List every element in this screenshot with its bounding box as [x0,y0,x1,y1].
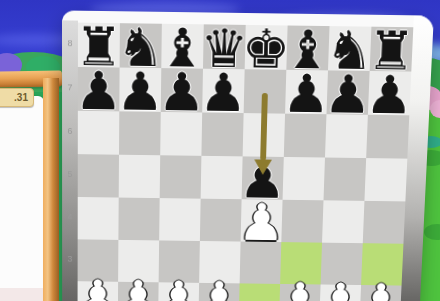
square-h7[interactable]: ♟ [368,71,411,115]
sign-panel-shade [0,288,44,301]
square-a4[interactable] [78,197,119,240]
wooden-sign-post [43,78,59,301]
square-b7[interactable]: ♟ [119,68,161,112]
piece-white-p[interactable]: ♟ [195,275,243,301]
square-f5[interactable] [283,157,325,200]
sign-panel [0,96,44,301]
square-g5[interactable] [324,158,367,201]
square-d5[interactable] [201,156,243,199]
square-d7[interactable]: ♟ [202,69,244,113]
square-b5[interactable] [119,155,161,198]
score-tag: .31 [0,88,34,107]
square-b4[interactable] [118,198,159,241]
piece-black-p[interactable]: ♟ [199,66,248,119]
square-f7[interactable]: ♟ [285,70,328,114]
square-g7[interactable]: ♟ [326,70,369,114]
square-c4[interactable] [159,198,200,241]
square-h2[interactable]: ♟ [359,285,401,301]
square-a7[interactable]: ♟ [78,67,120,111]
chess-board-panel: 876543 ♜♞♝♛♚♝♞♜♟♟♟♟♟♟♟♟♟♟♟♟♟♟♟♟♜♞♝♛♚♝♞♜ [62,10,434,301]
piece-black-p[interactable]: ♟ [364,68,414,121]
square-b2[interactable]: ♟ [118,282,159,301]
app-screen: .31 876543 ♜♞♝♛♚♝♞♜♟♟♟♟♟♟♟♟♟♟♟♟♟♟♟♟♜♞♝♛♚… [0,0,440,301]
piece-white-p[interactable]: ♟ [237,197,285,248]
square-d2[interactable]: ♟ [198,283,239,301]
square-f4[interactable] [281,200,323,243]
square-a2[interactable]: ♟ [78,281,119,301]
square-h5[interactable] [364,158,407,201]
square-c2[interactable]: ♟ [158,282,199,301]
square-g4[interactable] [322,200,364,243]
square-e4[interactable]: ♟ [241,199,283,242]
chess-board[interactable]: ♜♞♝♛♚♝♞♜♟♟♟♟♟♟♟♟♟♟♟♟♟♟♟♟♜♞♝♛♚♝♞♜ [77,23,413,301]
square-h4[interactable] [363,201,406,244]
piece-white-p[interactable]: ♟ [356,277,405,301]
square-c5[interactable] [160,155,202,198]
rank-label-4: 4 [62,195,78,238]
square-e8[interactable]: ♚ [245,25,288,70]
square-c7[interactable]: ♟ [161,68,203,112]
square-e2[interactable] [239,283,280,301]
rank-label-5: 5 [62,152,78,195]
score-tag-label: .31 [14,92,28,103]
square-g2[interactable]: ♟ [319,284,361,301]
square-d4[interactable] [200,199,242,242]
square-f2[interactable]: ♟ [279,284,321,301]
square-a5[interactable] [78,154,119,197]
